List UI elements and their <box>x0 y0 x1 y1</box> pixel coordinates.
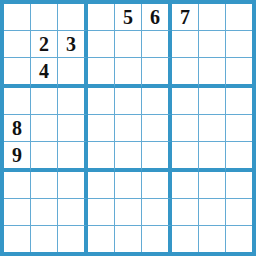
sudoku-cell-r6c6[interactable] <box>142 142 172 172</box>
sudoku-cell-r6c3[interactable] <box>58 142 88 172</box>
sudoku-cell-r5c8[interactable] <box>199 115 226 142</box>
sudoku-cell-r1c5[interactable]: 5 <box>115 4 142 31</box>
sudoku-cell-r9c9[interactable] <box>226 226 252 252</box>
sudoku-cell-r9c1[interactable] <box>4 226 31 252</box>
sudoku-cell-r6c2[interactable] <box>31 142 58 172</box>
sudoku-cell-r2c2[interactable]: 2 <box>31 31 58 58</box>
sudoku-cell-r7c9[interactable] <box>226 172 252 199</box>
sudoku-cell-r5c5[interactable] <box>115 115 142 142</box>
sudoku-board: 56723489 <box>0 0 256 256</box>
sudoku-cell-r4c3[interactable] <box>58 88 88 115</box>
sudoku-cell-r2c4[interactable] <box>88 31 115 58</box>
sudoku-cell-r1c6[interactable]: 6 <box>142 4 172 31</box>
sudoku-cell-r5c1[interactable]: 8 <box>4 115 31 142</box>
sudoku-cell-r4c4[interactable] <box>88 88 115 115</box>
sudoku-cell-r9c8[interactable] <box>199 226 226 252</box>
sudoku-cell-r7c3[interactable] <box>58 172 88 199</box>
sudoku-cell-r2c9[interactable] <box>226 31 252 58</box>
sudoku-cell-r6c8[interactable] <box>199 142 226 172</box>
sudoku-cell-r3c2[interactable]: 4 <box>31 58 58 88</box>
sudoku-cell-r9c2[interactable] <box>31 226 58 252</box>
sudoku-cell-r3c8[interactable] <box>199 58 226 88</box>
sudoku-cell-r6c7[interactable] <box>172 142 199 172</box>
sudoku-cell-r2c3[interactable]: 3 <box>58 31 88 58</box>
sudoku-cell-r9c4[interactable] <box>88 226 115 252</box>
sudoku-cell-r2c1[interactable] <box>4 31 31 58</box>
sudoku-cell-r2c8[interactable] <box>199 31 226 58</box>
sudoku-cell-r3c1[interactable] <box>4 58 31 88</box>
sudoku-cell-r8c8[interactable] <box>199 199 226 226</box>
sudoku-cell-r7c7[interactable] <box>172 172 199 199</box>
sudoku-cell-r6c5[interactable] <box>115 142 142 172</box>
sudoku-cell-r5c4[interactable] <box>88 115 115 142</box>
sudoku-cell-r8c9[interactable] <box>226 199 252 226</box>
sudoku-cell-r1c9[interactable] <box>226 4 252 31</box>
sudoku-cell-r8c2[interactable] <box>31 199 58 226</box>
sudoku-cell-r4c7[interactable] <box>172 88 199 115</box>
sudoku-cell-r2c7[interactable] <box>172 31 199 58</box>
sudoku-cell-r8c1[interactable] <box>4 199 31 226</box>
sudoku-cell-r3c5[interactable] <box>115 58 142 88</box>
sudoku-cell-r3c3[interactable] <box>58 58 88 88</box>
sudoku-cell-r9c6[interactable] <box>142 226 172 252</box>
sudoku-cell-r8c7[interactable] <box>172 199 199 226</box>
sudoku-cell-r5c2[interactable] <box>31 115 58 142</box>
sudoku-cell-r3c7[interactable] <box>172 58 199 88</box>
sudoku-cell-r3c4[interactable] <box>88 58 115 88</box>
sudoku-cell-r2c5[interactable] <box>115 31 142 58</box>
sudoku-cell-r5c3[interactable] <box>58 115 88 142</box>
sudoku-cell-r6c9[interactable] <box>226 142 252 172</box>
sudoku-cell-r8c3[interactable] <box>58 199 88 226</box>
sudoku-cell-r1c3[interactable] <box>58 4 88 31</box>
sudoku-cell-r5c7[interactable] <box>172 115 199 142</box>
sudoku-cell-r5c9[interactable] <box>226 115 252 142</box>
sudoku-cell-r7c2[interactable] <box>31 172 58 199</box>
sudoku-cell-r7c4[interactable] <box>88 172 115 199</box>
sudoku-cell-r9c3[interactable] <box>58 226 88 252</box>
sudoku-cell-r1c2[interactable] <box>31 4 58 31</box>
sudoku-cell-r7c6[interactable] <box>142 172 172 199</box>
sudoku-cell-r1c4[interactable] <box>88 4 115 31</box>
sudoku-cell-r8c4[interactable] <box>88 199 115 226</box>
sudoku-cell-r2c6[interactable] <box>142 31 172 58</box>
sudoku-cell-r1c8[interactable] <box>199 4 226 31</box>
sudoku-cell-r7c8[interactable] <box>199 172 226 199</box>
sudoku-cell-r1c7[interactable]: 7 <box>172 4 199 31</box>
sudoku-cell-r4c6[interactable] <box>142 88 172 115</box>
sudoku-cell-r1c1[interactable] <box>4 4 31 31</box>
sudoku-cell-r4c9[interactable] <box>226 88 252 115</box>
sudoku-cell-r3c9[interactable] <box>226 58 252 88</box>
sudoku-cell-r5c6[interactable] <box>142 115 172 142</box>
sudoku-cell-r4c1[interactable] <box>4 88 31 115</box>
sudoku-cell-r6c1[interactable]: 9 <box>4 142 31 172</box>
sudoku-cell-r7c5[interactable] <box>115 172 142 199</box>
sudoku-cell-r8c5[interactable] <box>115 199 142 226</box>
sudoku-cell-r6c4[interactable] <box>88 142 115 172</box>
sudoku-cell-r7c1[interactable] <box>4 172 31 199</box>
sudoku-cell-r9c7[interactable] <box>172 226 199 252</box>
sudoku-cell-r9c5[interactable] <box>115 226 142 252</box>
sudoku-cell-r8c6[interactable] <box>142 199 172 226</box>
sudoku-cell-r4c2[interactable] <box>31 88 58 115</box>
sudoku-cell-r4c8[interactable] <box>199 88 226 115</box>
sudoku-cell-r4c5[interactable] <box>115 88 142 115</box>
sudoku-cell-r3c6[interactable] <box>142 58 172 88</box>
